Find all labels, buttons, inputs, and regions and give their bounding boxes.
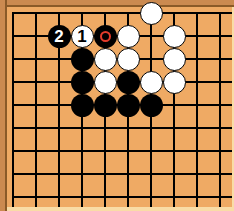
board-cut-edge-bottom xyxy=(0,207,234,211)
white-stone xyxy=(117,48,140,71)
black-stone xyxy=(71,94,94,117)
move-number-label: 1 xyxy=(77,28,86,45)
grid-line-horizontal xyxy=(12,173,232,175)
black-stone xyxy=(140,94,163,117)
white-stone xyxy=(163,25,186,48)
grid-line-vertical xyxy=(219,12,221,207)
white-stone xyxy=(94,71,117,94)
grid-line-vertical xyxy=(12,12,14,207)
white-stone xyxy=(163,71,186,94)
move-number-label: 2 xyxy=(54,28,63,45)
black-stone xyxy=(94,94,117,117)
white-stone xyxy=(117,25,140,48)
grid-line-horizontal xyxy=(12,196,232,198)
black-stone xyxy=(94,25,117,48)
board-cut-edge-right xyxy=(232,0,234,211)
black-stone xyxy=(117,94,140,117)
black-stone xyxy=(71,48,94,71)
board-frame-left-shadow xyxy=(5,0,7,211)
circle-marker-icon xyxy=(100,31,111,42)
grid-line-horizontal xyxy=(12,150,232,152)
grid-line-vertical xyxy=(196,12,198,207)
black-stone xyxy=(71,71,94,94)
grid-line-vertical xyxy=(35,12,37,207)
board-frame-top-shadow xyxy=(0,5,234,7)
black-stone: 2 xyxy=(48,25,71,48)
white-stone xyxy=(94,48,117,71)
white-stone xyxy=(140,2,163,25)
white-stone: 1 xyxy=(71,25,94,48)
white-stone xyxy=(140,71,163,94)
white-stone xyxy=(163,48,186,71)
grid-line-horizontal xyxy=(12,127,232,129)
black-stone xyxy=(117,71,140,94)
grid-line-horizontal xyxy=(12,12,232,14)
go-board: 21 xyxy=(0,0,234,211)
